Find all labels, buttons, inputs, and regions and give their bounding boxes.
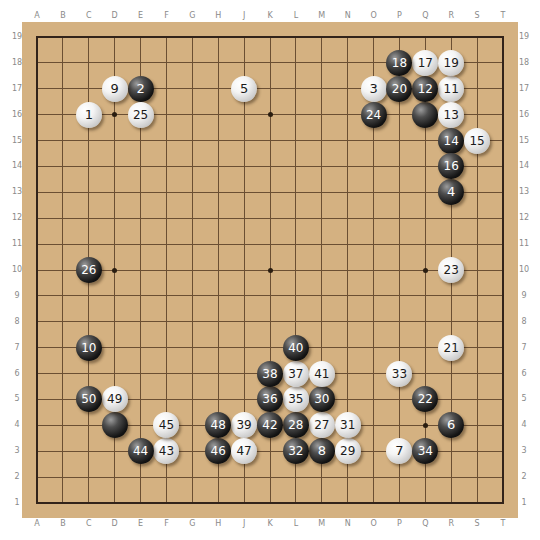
row-label-left-2: 2 — [8, 472, 26, 482]
col-label-bottom-Q: Q — [418, 519, 432, 529]
stone-Q5[interactable]: 22 — [412, 386, 438, 412]
move-number: 10 — [76, 335, 102, 361]
move-number: 2 — [128, 76, 154, 102]
row-label-right-17: 17 — [515, 84, 533, 94]
row-label-left-16: 16 — [8, 110, 26, 120]
move-number: 24 — [361, 102, 387, 128]
star-point-D10 — [112, 268, 117, 273]
move-number: 25 — [128, 102, 154, 128]
row-label-right-4: 4 — [515, 420, 533, 430]
move-number: 50 — [76, 386, 102, 412]
stone-L6[interactable]: 37 — [283, 361, 309, 387]
stone-C5[interactable]: 50 — [76, 386, 102, 412]
stone-F4[interactable]: 45 — [153, 412, 179, 438]
row-label-right-13: 13 — [515, 187, 533, 197]
col-label-top-B: B — [56, 11, 70, 21]
stone-S15[interactable]: 15 — [464, 128, 490, 154]
col-label-top-G: G — [185, 11, 199, 21]
row-label-right-1: 1 — [515, 498, 533, 508]
move-number: 49 — [102, 386, 128, 412]
col-label-top-M: M — [315, 11, 329, 21]
col-label-bottom-M: M — [315, 519, 329, 529]
stone-E16[interactable]: 25 — [128, 102, 154, 128]
row-label-left-14: 14 — [8, 161, 26, 171]
move-number: 11 — [438, 76, 464, 102]
col-label-top-C: C — [82, 11, 96, 21]
stone-K5[interactable]: 36 — [257, 386, 283, 412]
row-label-right-12: 12 — [515, 213, 533, 223]
stone-Q16[interactable] — [412, 102, 438, 128]
move-number: 21 — [438, 335, 464, 361]
row-label-left-19: 19 — [8, 32, 26, 42]
row-label-left-18: 18 — [8, 58, 26, 68]
move-number: 26 — [76, 257, 102, 283]
star-point-Q4 — [423, 423, 428, 428]
move-number: 6 — [438, 412, 464, 438]
col-label-bottom-H: H — [211, 519, 225, 529]
col-label-bottom-O: O — [367, 519, 381, 529]
col-label-bottom-G: G — [185, 519, 199, 529]
move-number: 4 — [438, 179, 464, 205]
stone-D17[interactable]: 9 — [102, 76, 128, 102]
col-label-bottom-N: N — [341, 519, 355, 529]
stone-M3[interactable]: 8 — [309, 438, 335, 464]
stone-C16[interactable]: 1 — [76, 102, 102, 128]
move-number: 27 — [309, 412, 335, 438]
row-label-left-10: 10 — [8, 265, 26, 275]
row-label-left-15: 15 — [8, 136, 26, 146]
stone-P3[interactable]: 7 — [386, 438, 412, 464]
move-number: 30 — [309, 386, 335, 412]
stone-P18[interactable]: 18 — [386, 50, 412, 76]
row-label-left-12: 12 — [8, 213, 26, 223]
move-number: 16 — [438, 153, 464, 179]
move-number: 37 — [283, 361, 309, 387]
col-label-bottom-C: C — [82, 519, 96, 529]
col-label-top-P: P — [392, 11, 406, 21]
move-number: 29 — [335, 438, 361, 464]
col-label-top-F: F — [159, 11, 173, 21]
stone-M5[interactable]: 30 — [309, 386, 335, 412]
stone-L4[interactable]: 28 — [283, 412, 309, 438]
col-label-bottom-R: R — [444, 519, 458, 529]
stone-R7[interactable]: 21 — [438, 335, 464, 361]
stone-K6[interactable]: 38 — [257, 361, 283, 387]
stone-R16[interactable]: 13 — [438, 102, 464, 128]
move-number: 5 — [231, 76, 257, 102]
star-point-K16 — [268, 112, 273, 117]
stone-P17[interactable]: 20 — [386, 76, 412, 102]
row-label-right-7: 7 — [515, 343, 533, 353]
move-number: 13 — [438, 102, 464, 128]
col-label-top-N: N — [341, 11, 355, 21]
row-label-left-3: 3 — [8, 446, 26, 456]
move-number: 39 — [231, 412, 257, 438]
stone-M4[interactable]: 27 — [309, 412, 335, 438]
move-number: 47 — [231, 438, 257, 464]
move-number: 41 — [309, 361, 335, 387]
stone-L5[interactable]: 35 — [283, 386, 309, 412]
col-label-top-L: L — [289, 11, 303, 21]
move-number: 14 — [438, 128, 464, 154]
stone-Q17[interactable]: 12 — [412, 76, 438, 102]
move-number: 7 — [386, 438, 412, 464]
move-number: 35 — [283, 386, 309, 412]
stone-R18[interactable]: 19 — [438, 50, 464, 76]
move-number: 22 — [412, 386, 438, 412]
row-label-right-2: 2 — [515, 472, 533, 482]
stone-R15[interactable]: 14 — [438, 128, 464, 154]
stone-J4[interactable]: 39 — [231, 412, 257, 438]
col-label-bottom-A: A — [30, 519, 44, 529]
stone-E17[interactable]: 2 — [128, 76, 154, 102]
move-number: 38 — [257, 361, 283, 387]
col-label-bottom-B: B — [56, 519, 70, 529]
stone-D4[interactable] — [102, 412, 128, 438]
row-label-left-11: 11 — [8, 239, 26, 249]
move-number: 3 — [361, 76, 387, 102]
move-number: 12 — [412, 76, 438, 102]
col-label-bottom-E: E — [134, 519, 148, 529]
stone-D5[interactable]: 49 — [102, 386, 128, 412]
move-number: 15 — [464, 128, 490, 154]
row-label-left-6: 6 — [8, 369, 26, 379]
row-label-left-9: 9 — [8, 291, 26, 301]
stone-L7[interactable]: 40 — [283, 335, 309, 361]
row-label-right-19: 19 — [515, 32, 533, 42]
move-number: 1 — [76, 102, 102, 128]
col-label-bottom-L: L — [289, 519, 303, 529]
col-label-bottom-K: K — [263, 519, 277, 529]
move-number: 9 — [102, 76, 128, 102]
move-number: 28 — [283, 412, 309, 438]
stone-R14[interactable]: 16 — [438, 153, 464, 179]
row-label-right-3: 3 — [515, 446, 533, 456]
row-label-left-8: 8 — [8, 317, 26, 327]
col-label-bottom-P: P — [392, 519, 406, 529]
stone-R4[interactable]: 6 — [438, 412, 464, 438]
row-label-left-7: 7 — [8, 343, 26, 353]
row-label-right-15: 15 — [515, 136, 533, 146]
row-label-right-9: 9 — [515, 291, 533, 301]
stone-H4[interactable]: 48 — [205, 412, 231, 438]
stone-J3[interactable]: 47 — [231, 438, 257, 464]
go-board[interactable]: AABBCCDDEEFFGGHHJJKKLLMMNNOOPPQQRRSSTT19… — [0, 0, 540, 540]
move-number: 44 — [128, 438, 154, 464]
col-label-bottom-S: S — [470, 519, 484, 529]
move-number: 34 — [412, 438, 438, 464]
move-number: 32 — [283, 438, 309, 464]
stone-P6[interactable]: 33 — [386, 361, 412, 387]
col-label-bottom-J: J — [237, 519, 251, 529]
row-label-right-11: 11 — [515, 239, 533, 249]
stone-M6[interactable]: 41 — [309, 361, 335, 387]
row-label-left-13: 13 — [8, 187, 26, 197]
col-label-top-A: A — [30, 11, 44, 21]
move-number: 42 — [257, 412, 283, 438]
row-label-left-1: 1 — [8, 498, 26, 508]
move-number: 36 — [257, 386, 283, 412]
move-number: 8 — [309, 438, 335, 464]
move-number: 23 — [438, 257, 464, 283]
star-point-Q10 — [423, 268, 428, 273]
move-number: 20 — [386, 76, 412, 102]
stone-K4[interactable]: 42 — [257, 412, 283, 438]
move-number: 19 — [438, 50, 464, 76]
move-number: 45 — [153, 412, 179, 438]
row-label-left-5: 5 — [8, 394, 26, 404]
move-number: 33 — [386, 361, 412, 387]
stone-R13[interactable]: 4 — [438, 179, 464, 205]
move-number: 40 — [283, 335, 309, 361]
row-label-right-6: 6 — [515, 369, 533, 379]
row-label-left-4: 4 — [8, 420, 26, 430]
col-label-top-O: O — [367, 11, 381, 21]
col-label-bottom-F: F — [159, 519, 173, 529]
row-label-right-5: 5 — [515, 394, 533, 404]
row-label-right-10: 10 — [515, 265, 533, 275]
stone-C10[interactable]: 26 — [76, 257, 102, 283]
stone-J17[interactable]: 5 — [231, 76, 257, 102]
move-number: 43 — [153, 438, 179, 464]
move-number: 31 — [335, 412, 361, 438]
stone-C7[interactable]: 10 — [76, 335, 102, 361]
move-number: 48 — [205, 412, 231, 438]
stone-Q3[interactable]: 34 — [412, 438, 438, 464]
col-label-top-Q: Q — [418, 11, 432, 21]
stone-F3[interactable]: 43 — [153, 438, 179, 464]
stone-O17[interactable]: 3 — [361, 76, 387, 102]
col-label-top-J: J — [237, 11, 251, 21]
stone-E3[interactable]: 44 — [128, 438, 154, 464]
stone-R10[interactable]: 23 — [438, 257, 464, 283]
star-point-K10 — [268, 268, 273, 273]
col-label-bottom-T: T — [496, 519, 510, 529]
move-number: 18 — [386, 50, 412, 76]
col-label-top-K: K — [263, 11, 277, 21]
col-label-top-R: R — [444, 11, 458, 21]
col-label-bottom-D: D — [108, 519, 122, 529]
move-number: 17 — [412, 50, 438, 76]
stone-L3[interactable]: 32 — [283, 438, 309, 464]
stone-Q18[interactable]: 17 — [412, 50, 438, 76]
row-label-right-8: 8 — [515, 317, 533, 327]
col-label-top-D: D — [108, 11, 122, 21]
row-label-right-16: 16 — [515, 110, 533, 120]
col-label-top-T: T — [496, 11, 510, 21]
stone-N4[interactable]: 31 — [335, 412, 361, 438]
row-label-right-14: 14 — [515, 161, 533, 171]
row-label-left-17: 17 — [8, 84, 26, 94]
move-number: 46 — [205, 438, 231, 464]
col-label-top-S: S — [470, 11, 484, 21]
stone-H3[interactable]: 46 — [205, 438, 231, 464]
stone-O16[interactable]: 24 — [361, 102, 387, 128]
stone-N3[interactable]: 29 — [335, 438, 361, 464]
row-label-right-18: 18 — [515, 58, 533, 68]
col-label-top-E: E — [134, 11, 148, 21]
stone-R17[interactable]: 11 — [438, 76, 464, 102]
col-label-top-H: H — [211, 11, 225, 21]
